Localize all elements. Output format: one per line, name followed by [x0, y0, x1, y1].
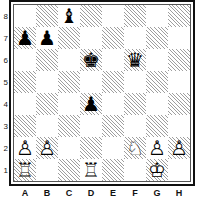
- square-d5[interactable]: [80, 71, 102, 93]
- square-d8[interactable]: [80, 5, 102, 27]
- square-e1[interactable]: [102, 159, 124, 181]
- file-label-g: G: [146, 188, 168, 198]
- square-a5[interactable]: [14, 71, 36, 93]
- file-label-c: C: [58, 188, 80, 198]
- square-b5[interactable]: [36, 71, 58, 93]
- square-b3[interactable]: [36, 115, 58, 137]
- square-b2[interactable]: ♟♙: [36, 137, 58, 159]
- square-b4[interactable]: [36, 93, 58, 115]
- piece-black-pawn: ♟: [36, 27, 58, 49]
- rank-label-6: 6: [0, 49, 9, 71]
- square-d4[interactable]: ♟: [80, 93, 102, 115]
- square-f7[interactable]: [124, 27, 146, 49]
- rank-label-3: 3: [0, 115, 9, 137]
- square-f3[interactable]: [124, 115, 146, 137]
- square-e5[interactable]: [102, 71, 124, 93]
- square-f4[interactable]: [124, 93, 146, 115]
- rank-labels: 87654321: [0, 0, 9, 181]
- piece-black-bishop: ♝: [58, 5, 80, 27]
- square-e8[interactable]: [102, 5, 124, 27]
- rank-label-1: 1: [0, 159, 9, 181]
- square-b1[interactable]: [36, 159, 58, 181]
- piece-white-rook: ♜♖: [80, 159, 102, 181]
- piece-black-king: ♚: [80, 49, 102, 71]
- square-f8[interactable]: [124, 5, 146, 27]
- board-frame: ♝♟♟♚♛♟♟♙♟♙♞♘♟♙♟♙♜♖♜♖♚♔: [9, 0, 195, 186]
- rank-label-2: 2: [0, 137, 9, 159]
- chess-diagram: 87654321 ♝♟♟♚♛♟♟♙♟♙♞♘♟♙♟♙♜♖♜♖♚♔ ABCDEFGH: [0, 0, 197, 198]
- square-c4[interactable]: [58, 93, 80, 115]
- piece-white-pawn: ♟♙: [36, 137, 58, 159]
- square-a1[interactable]: ♜♖: [14, 159, 36, 181]
- square-h2[interactable]: ♟♙: [168, 137, 190, 159]
- square-c7[interactable]: [58, 27, 80, 49]
- rank-label-7: 7: [0, 27, 9, 49]
- piece-white-pawn: ♟♙: [168, 137, 190, 159]
- rank-label-8: 8: [0, 5, 9, 27]
- square-g1[interactable]: ♚♔: [146, 159, 168, 181]
- square-a2[interactable]: ♟♙: [14, 137, 36, 159]
- square-b7[interactable]: ♟: [36, 27, 58, 49]
- square-a8[interactable]: [14, 5, 36, 27]
- square-d6[interactable]: ♚: [80, 49, 102, 71]
- square-g8[interactable]: [146, 5, 168, 27]
- file-label-f: F: [124, 188, 146, 198]
- rank-label-5: 5: [0, 71, 9, 93]
- square-e7[interactable]: [102, 27, 124, 49]
- square-e3[interactable]: [102, 115, 124, 137]
- square-d3[interactable]: [80, 115, 102, 137]
- square-e4[interactable]: [102, 93, 124, 115]
- file-label-h: H: [168, 188, 190, 198]
- square-e6[interactable]: [102, 49, 124, 71]
- chess-board: ♝♟♟♚♛♟♟♙♟♙♞♘♟♙♟♙♜♖♜♖♚♔: [14, 5, 190, 181]
- piece-white-pawn: ♟♙: [146, 137, 168, 159]
- square-f1[interactable]: [124, 159, 146, 181]
- square-a4[interactable]: [14, 93, 36, 115]
- square-h6[interactable]: [168, 49, 190, 71]
- square-h3[interactable]: [168, 115, 190, 137]
- file-labels: ABCDEFGH: [14, 188, 197, 198]
- square-b8[interactable]: [36, 5, 58, 27]
- piece-white-pawn: ♟♙: [14, 137, 36, 159]
- square-h1[interactable]: [168, 159, 190, 181]
- square-d2[interactable]: [80, 137, 102, 159]
- square-a3[interactable]: [14, 115, 36, 137]
- square-d1[interactable]: ♜♖: [80, 159, 102, 181]
- square-e2[interactable]: [102, 137, 124, 159]
- square-h5[interactable]: [168, 71, 190, 93]
- square-a7[interactable]: ♟: [14, 27, 36, 49]
- square-g3[interactable]: [146, 115, 168, 137]
- square-c3[interactable]: [58, 115, 80, 137]
- square-h4[interactable]: [168, 93, 190, 115]
- file-label-e: E: [102, 188, 124, 198]
- rank-label-4: 4: [0, 93, 9, 115]
- square-g5[interactable]: [146, 71, 168, 93]
- square-c8[interactable]: ♝: [58, 5, 80, 27]
- square-b6[interactable]: [36, 49, 58, 71]
- file-label-a: A: [14, 188, 36, 198]
- square-f5[interactable]: [124, 71, 146, 93]
- square-g4[interactable]: [146, 93, 168, 115]
- file-label-d: D: [80, 188, 102, 198]
- square-c1[interactable]: [58, 159, 80, 181]
- square-c5[interactable]: [58, 71, 80, 93]
- square-f6[interactable]: ♛: [124, 49, 146, 71]
- square-f2[interactable]: ♞♘: [124, 137, 146, 159]
- square-g7[interactable]: [146, 27, 168, 49]
- square-c2[interactable]: [58, 137, 80, 159]
- file-label-b: B: [36, 188, 58, 198]
- square-d7[interactable]: [80, 27, 102, 49]
- piece-white-king: ♚♔: [146, 159, 168, 181]
- piece-white-rook: ♜♖: [14, 159, 36, 181]
- square-c6[interactable]: [58, 49, 80, 71]
- piece-white-knight: ♞♘: [124, 137, 146, 159]
- piece-black-pawn: ♟: [14, 27, 36, 49]
- square-h7[interactable]: [168, 27, 190, 49]
- square-h8[interactable]: [168, 5, 190, 27]
- piece-black-pawn: ♟: [80, 93, 102, 115]
- piece-black-queen: ♛: [124, 49, 146, 71]
- square-a6[interactable]: [14, 49, 36, 71]
- square-g2[interactable]: ♟♙: [146, 137, 168, 159]
- square-g6[interactable]: [146, 49, 168, 71]
